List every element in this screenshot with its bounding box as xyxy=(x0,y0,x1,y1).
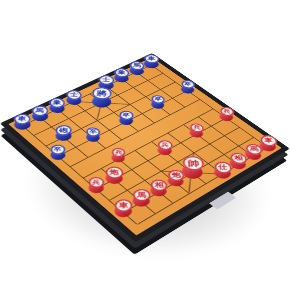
piece-character: 卒 xyxy=(86,127,100,136)
piece-character: 馬 xyxy=(245,144,263,155)
piece-character: 炮 xyxy=(168,170,185,182)
piece-character: 仕 xyxy=(214,162,232,173)
xiangqi-set: 車馬象士士象馬車將砲卒卒卒卒卒兵兵炮兵兵兵車馬相炮帥仕相馬車 xyxy=(33,24,256,247)
piece-character: 馬 xyxy=(133,189,150,201)
piece-character: 兵 xyxy=(190,123,204,132)
piece-character: 相 xyxy=(151,179,168,191)
piece-character: 兵 xyxy=(220,107,234,116)
piece-character: 兵 xyxy=(112,148,126,158)
piece-character: 卒 xyxy=(182,80,195,88)
piece-character: 士 xyxy=(66,90,81,100)
piece-character: 相 xyxy=(230,153,248,164)
piece-character: 士 xyxy=(99,75,114,84)
piece-character: 卒 xyxy=(120,111,134,120)
piece-character: 車 xyxy=(14,114,31,124)
piece-character: 車 xyxy=(260,135,278,146)
piece-character: 馬 xyxy=(130,61,145,70)
piece-character: 卒 xyxy=(51,145,66,155)
piece-character: 兵 xyxy=(89,177,104,187)
piece-character: 車 xyxy=(145,54,160,63)
product-photo-scene: 車馬象士士象馬車將砲卒卒卒卒卒兵兵炮兵兵兵車馬相炮帥仕相馬車 xyxy=(0,0,290,290)
piece-character: 將 xyxy=(92,87,112,99)
piece-character: 象 xyxy=(49,98,65,108)
piece-character: 帥 xyxy=(182,156,204,171)
piece-character: 砲 xyxy=(55,125,71,136)
piece-character: 車 xyxy=(115,199,132,212)
piece-character: 炮 xyxy=(106,167,123,179)
piece-character: 卒 xyxy=(151,95,165,103)
piece-character: 兵 xyxy=(158,140,172,149)
piece-character: 馬 xyxy=(32,106,48,116)
piece-character: 象 xyxy=(114,68,129,77)
